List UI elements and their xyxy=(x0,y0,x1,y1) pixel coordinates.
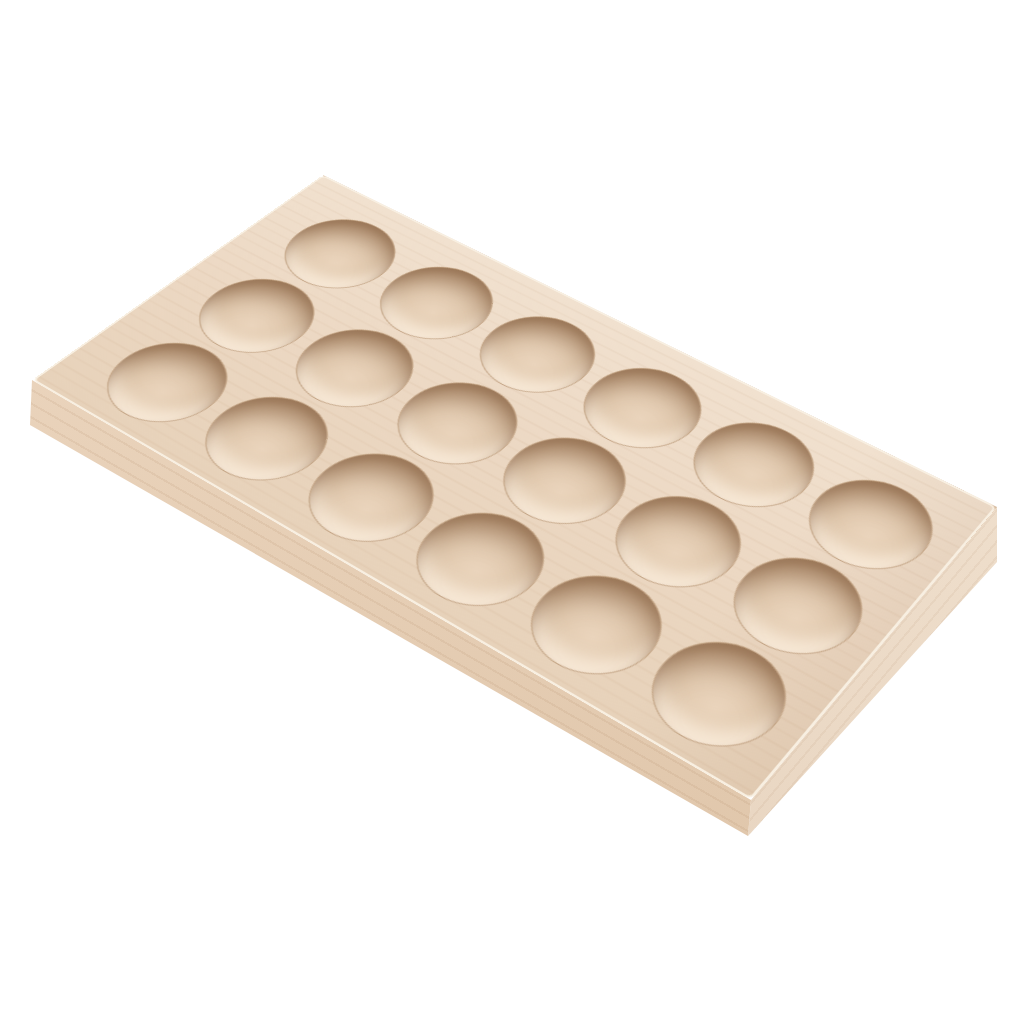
product-photo-scene xyxy=(0,0,1024,1024)
